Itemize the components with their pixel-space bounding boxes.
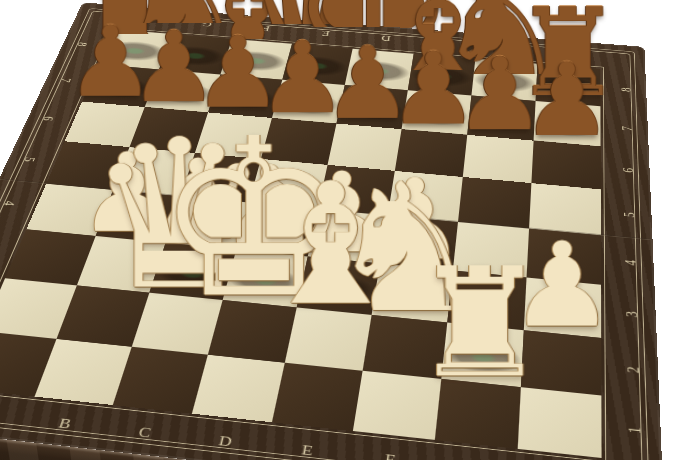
- rank-label-right-2: 2: [593, 358, 673, 381]
- square-g2: ♜: [441, 323, 524, 388]
- square-e1: [272, 363, 363, 431]
- file-label-near-b: B: [23, 411, 108, 436]
- square-b1: [35, 339, 132, 405]
- file-label-near-d: D: [183, 429, 268, 454]
- rank-label-right-1: 1: [593, 417, 676, 442]
- piece-white-rook: ♜: [412, 247, 548, 398]
- scene: ABCDEFGH ABCDEFGH 87654321 87654321 ♜♞♝♛…: [0, 0, 700, 460]
- file-label-near-e: E: [265, 438, 350, 460]
- rank-label-right-6: 6: [594, 161, 663, 178]
- board-squares: ♜♞♝♛♚♝♞♜♟♟♟♟♟♟♟♟♟♟♟♟♟♛♚♝♞♟♜: [0, 29, 602, 458]
- board-top-surface: ABCDEFGH ABCDEFGH 87654321 87654321 ♜♞♝♛…: [0, 2, 664, 460]
- piece-black-pawn: ♟: [521, 50, 612, 151]
- file-label-near-c: C: [103, 420, 188, 445]
- file-label-near-f: F: [348, 447, 433, 460]
- square-h7: ♟: [534, 101, 601, 146]
- file-label-near-g: G: [431, 456, 517, 460]
- chess-board: ABCDEFGH ABCDEFGH 87654321 87654321 ♜♞♝♛…: [0, 2, 664, 460]
- square-d1: [192, 355, 285, 423]
- rank-labels-right: 87654321: [617, 70, 646, 460]
